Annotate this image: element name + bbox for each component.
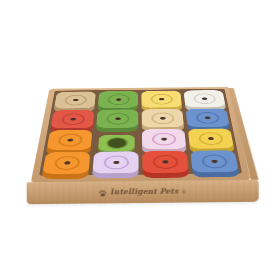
- sliding-block[interactable]: [188, 128, 234, 148]
- sliding-block[interactable]: [184, 90, 226, 107]
- sliding-block[interactable]: [92, 151, 138, 173]
- sliding-block[interactable]: [142, 151, 189, 173]
- scent-hole: [159, 98, 164, 100]
- scent-hole: [204, 116, 210, 119]
- sliding-block[interactable]: [190, 150, 239, 172]
- sliding-block[interactable]: [42, 152, 90, 174]
- sliding-block[interactable]: [142, 109, 184, 128]
- block-r2c4-blue[interactable]: [186, 108, 230, 127]
- recessed-treat-cup[interactable]: [98, 135, 135, 152]
- block-r2c3-beige[interactable]: [142, 109, 184, 128]
- scent-hole: [160, 117, 165, 120]
- block-r4c4-blue[interactable]: [190, 150, 239, 172]
- cup-hole: [105, 137, 128, 149]
- block-r4c1-orange[interactable]: [42, 152, 90, 174]
- scent-hole: [201, 97, 206, 99]
- sliding-block[interactable]: [98, 91, 138, 108]
- board-top-surface: [31, 87, 251, 183]
- sliding-block[interactable]: [142, 129, 186, 149]
- block-r3c4-yellow[interactable]: [188, 128, 234, 148]
- puzzle-grid: [42, 90, 239, 174]
- sliding-block[interactable]: [186, 108, 230, 127]
- scent-hole: [207, 137, 213, 140]
- board-front-face: Intelligent Pets ®: [27, 180, 259, 204]
- scent-hole: [162, 160, 168, 163]
- board-recess-well: [39, 89, 242, 176]
- brand-engraving: Intelligent Pets: [110, 188, 178, 196]
- scent-hole: [211, 160, 217, 163]
- block-r3c3-pale-pink[interactable]: [142, 129, 186, 149]
- puzzle-board: Intelligent Pets ®: [21, 0, 264, 241]
- block-r1c3-yellow[interactable]: [141, 91, 182, 108]
- sliding-block[interactable]: [96, 109, 138, 128]
- product-photo: Intelligent Pets ®: [0, 0, 280, 280]
- trademark-symbol: ®: [181, 189, 186, 194]
- scent-hole: [161, 137, 167, 140]
- block-r3c2-green-cup[interactable]: [94, 129, 138, 149]
- block-r1c2-green[interactable]: [98, 91, 138, 108]
- block-r3c1-orange[interactable]: [47, 130, 93, 150]
- block-r4c2-lavender[interactable]: [92, 151, 138, 173]
- sliding-block[interactable]: [54, 91, 96, 108]
- block-r1c1-tan[interactable]: [54, 91, 96, 108]
- paw-icon: [99, 183, 107, 201]
- block-r2c1-red[interactable]: [50, 110, 94, 129]
- block-r1c4-white[interactable]: [184, 90, 226, 107]
- block-r4c3-coral-red[interactable]: [142, 151, 189, 173]
- sliding-block[interactable]: [47, 130, 93, 150]
- sliding-block[interactable]: [141, 91, 182, 108]
- sliding-block[interactable]: [50, 110, 94, 129]
- block-r2c2-green[interactable]: [96, 109, 138, 128]
